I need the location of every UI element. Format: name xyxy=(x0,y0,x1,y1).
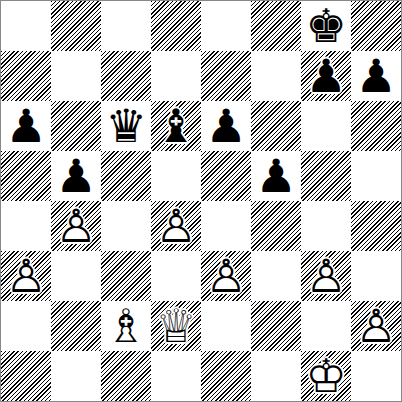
square-b5[interactable]: ♟♟ xyxy=(51,151,101,201)
white-pawn-glyph: ♙ xyxy=(305,251,346,301)
square-g8[interactable]: ♚♚ xyxy=(301,1,351,51)
black-queen-glyph: ♛ xyxy=(105,101,146,151)
piece-white-pawn[interactable]: ♟♙ xyxy=(301,251,351,301)
square-g2[interactable] xyxy=(301,301,351,351)
square-d8[interactable] xyxy=(151,1,201,51)
square-d5[interactable] xyxy=(151,151,201,201)
piece-black-pawn[interactable]: ♟♟ xyxy=(51,151,101,201)
square-e3[interactable]: ♟♙ xyxy=(201,251,251,301)
black-pawn-glyph: ♟ xyxy=(5,101,46,151)
square-e2[interactable] xyxy=(201,301,251,351)
black-pawn-glyph: ♟ xyxy=(355,51,396,101)
square-f4[interactable] xyxy=(251,201,301,251)
square-c5[interactable] xyxy=(101,151,151,201)
piece-black-pawn[interactable]: ♟♟ xyxy=(201,101,251,151)
square-e5[interactable] xyxy=(201,151,251,201)
square-f6[interactable] xyxy=(251,101,301,151)
white-pawn-glyph: ♙ xyxy=(155,201,196,251)
square-g5[interactable] xyxy=(301,151,351,201)
square-d1[interactable] xyxy=(151,351,201,401)
piece-white-pawn[interactable]: ♟♙ xyxy=(351,301,401,351)
square-b1[interactable] xyxy=(51,351,101,401)
white-bishop-glyph: ♗ xyxy=(105,301,146,351)
square-h5[interactable] xyxy=(351,151,401,201)
square-e6[interactable]: ♟♟ xyxy=(201,101,251,151)
square-h4[interactable] xyxy=(351,201,401,251)
square-b6[interactable] xyxy=(51,101,101,151)
square-a8[interactable] xyxy=(1,1,51,51)
black-pawn-glyph: ♟ xyxy=(255,151,296,201)
white-pawn-glyph: ♙ xyxy=(5,251,46,301)
square-c3[interactable] xyxy=(101,251,151,301)
square-a7[interactable] xyxy=(1,51,51,101)
square-a1[interactable] xyxy=(1,351,51,401)
black-pawn-glyph: ♟ xyxy=(205,101,246,151)
piece-white-bishop[interactable]: ♝♗ xyxy=(101,301,151,351)
square-c2[interactable]: ♝♗ xyxy=(101,301,151,351)
square-g3[interactable]: ♟♙ xyxy=(301,251,351,301)
square-g6[interactable] xyxy=(301,101,351,151)
square-g7[interactable]: ♟♟ xyxy=(301,51,351,101)
square-c6[interactable]: ♛♛ xyxy=(101,101,151,151)
square-b4[interactable]: ♟♙ xyxy=(51,201,101,251)
square-h3[interactable] xyxy=(351,251,401,301)
black-pawn-glyph: ♟ xyxy=(305,51,346,101)
square-h8[interactable] xyxy=(351,1,401,51)
piece-white-queen[interactable]: ♛♕ xyxy=(151,301,201,351)
square-f8[interactable] xyxy=(251,1,301,51)
square-c4[interactable] xyxy=(101,201,151,251)
square-c8[interactable] xyxy=(101,1,151,51)
black-bishop-glyph: ♝ xyxy=(155,101,196,151)
white-pawn-glyph: ♙ xyxy=(355,301,396,351)
piece-white-pawn[interactable]: ♟♙ xyxy=(1,251,51,301)
square-f7[interactable] xyxy=(251,51,301,101)
square-g1[interactable]: ♚♔ xyxy=(301,351,351,401)
square-h2[interactable]: ♟♙ xyxy=(351,301,401,351)
white-queen-glyph: ♕ xyxy=(155,301,196,351)
square-b3[interactable] xyxy=(51,251,101,301)
piece-black-queen[interactable]: ♛♛ xyxy=(101,101,151,151)
square-g4[interactable] xyxy=(301,201,351,251)
square-e8[interactable] xyxy=(201,1,251,51)
square-d4[interactable]: ♟♙ xyxy=(151,201,201,251)
square-e4[interactable] xyxy=(201,201,251,251)
square-c7[interactable] xyxy=(101,51,151,101)
piece-white-pawn[interactable]: ♟♙ xyxy=(151,201,201,251)
chess-board: ♚♚♟♟♟♟♟♟♛♛♝♝♟♟♟♟♟♟♟♙♟♙♟♙♟♙♟♙♝♗♛♕♟♙♚♔ xyxy=(1,1,401,401)
piece-white-pawn[interactable]: ♟♙ xyxy=(51,201,101,251)
square-f3[interactable] xyxy=(251,251,301,301)
piece-black-pawn[interactable]: ♟♟ xyxy=(1,101,51,151)
square-d2[interactable]: ♛♕ xyxy=(151,301,201,351)
black-king-glyph: ♚ xyxy=(305,1,346,51)
piece-black-pawn[interactable]: ♟♟ xyxy=(301,51,351,101)
square-f1[interactable] xyxy=(251,351,301,401)
square-e1[interactable] xyxy=(201,351,251,401)
square-f2[interactable] xyxy=(251,301,301,351)
square-c1[interactable] xyxy=(101,351,151,401)
piece-white-king[interactable]: ♚♔ xyxy=(301,351,351,401)
square-b8[interactable] xyxy=(51,1,101,51)
piece-black-king[interactable]: ♚♚ xyxy=(301,1,351,51)
square-d3[interactable] xyxy=(151,251,201,301)
piece-black-bishop[interactable]: ♝♝ xyxy=(151,101,201,151)
square-a4[interactable] xyxy=(1,201,51,251)
square-a6[interactable]: ♟♟ xyxy=(1,101,51,151)
chess-board-frame: ♚♚♟♟♟♟♟♟♛♛♝♝♟♟♟♟♟♟♟♙♟♙♟♙♟♙♟♙♝♗♛♕♟♙♚♔ xyxy=(0,0,402,402)
white-pawn-glyph: ♙ xyxy=(55,201,96,251)
piece-white-pawn[interactable]: ♟♙ xyxy=(201,251,251,301)
square-f5[interactable]: ♟♟ xyxy=(251,151,301,201)
square-h1[interactable] xyxy=(351,351,401,401)
square-d7[interactable] xyxy=(151,51,201,101)
square-h6[interactable] xyxy=(351,101,401,151)
black-pawn-glyph: ♟ xyxy=(55,151,96,201)
white-pawn-glyph: ♙ xyxy=(205,251,246,301)
square-e7[interactable] xyxy=(201,51,251,101)
square-b2[interactable] xyxy=(51,301,101,351)
square-a2[interactable] xyxy=(1,301,51,351)
square-h7[interactable]: ♟♟ xyxy=(351,51,401,101)
square-a5[interactable] xyxy=(1,151,51,201)
piece-black-pawn[interactable]: ♟♟ xyxy=(351,51,401,101)
piece-black-pawn[interactable]: ♟♟ xyxy=(251,151,301,201)
square-a3[interactable]: ♟♙ xyxy=(1,251,51,301)
square-b7[interactable] xyxy=(51,51,101,101)
white-king-glyph: ♔ xyxy=(305,351,346,401)
square-d6[interactable]: ♝♝ xyxy=(151,101,201,151)
